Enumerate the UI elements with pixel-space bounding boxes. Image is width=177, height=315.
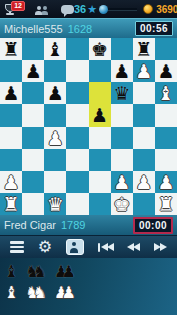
square-d1[interactable] bbox=[66, 193, 88, 215]
captured-white-bishop: ♝ bbox=[4, 283, 18, 302]
square-d8[interactable] bbox=[66, 38, 88, 60]
square-c2[interactable] bbox=[44, 171, 66, 193]
square-h3[interactable] bbox=[155, 149, 177, 171]
square-c8[interactable]: ♝ bbox=[44, 38, 66, 60]
square-e2[interactable] bbox=[89, 171, 111, 193]
piece-white-bishop-h6[interactable]: ♝ bbox=[157, 82, 174, 104]
captured-group-white-bishop: ♝ bbox=[4, 283, 18, 302]
notification-badge: 12 bbox=[11, 1, 25, 11]
piece-white-rook-h1[interactable]: ♜ bbox=[157, 193, 174, 215]
square-d7[interactable] bbox=[66, 60, 88, 82]
square-g7[interactable]: ♟ bbox=[133, 60, 155, 82]
rewind-icon bbox=[127, 243, 140, 251]
square-f3[interactable] bbox=[111, 149, 133, 171]
square-d3[interactable] bbox=[66, 149, 88, 171]
piece-white-pawn-a2[interactable]: ♟ bbox=[3, 171, 20, 193]
settings-button[interactable]: ⚙ bbox=[38, 236, 52, 258]
piece-white-pawn-c4[interactable]: ♟ bbox=[47, 127, 64, 149]
piece-black-king-e8[interactable]: ♚ bbox=[91, 38, 108, 60]
status-left-group: 12 bbox=[4, 3, 74, 16]
toolbar: ⚙ bbox=[0, 235, 177, 258]
piece-white-pawn-g7[interactable]: ♟ bbox=[135, 60, 152, 82]
square-g4[interactable] bbox=[133, 127, 155, 149]
coin-icon bbox=[143, 4, 153, 14]
square-b4[interactable] bbox=[22, 127, 44, 149]
forward-icon bbox=[154, 243, 167, 251]
square-f5[interactable] bbox=[111, 104, 133, 126]
opponent-clock: 00:56 bbox=[135, 21, 173, 36]
square-g6[interactable] bbox=[133, 82, 155, 104]
square-e4[interactable] bbox=[89, 127, 111, 149]
square-b8[interactable] bbox=[22, 38, 44, 60]
captured-group-black-bishop: ♝ bbox=[4, 262, 18, 281]
square-a3[interactable] bbox=[0, 149, 22, 171]
square-f2[interactable]: ♟ bbox=[111, 171, 133, 193]
piece-black-rook-a8[interactable]: ♜ bbox=[3, 38, 20, 60]
square-a5[interactable] bbox=[0, 104, 22, 126]
square-g5[interactable] bbox=[133, 104, 155, 126]
square-a2[interactable]: ♟ bbox=[0, 171, 22, 193]
square-e5[interactable]: ♟ bbox=[89, 104, 111, 126]
people-icon bbox=[41, 11, 48, 15]
square-a7[interactable] bbox=[0, 60, 22, 82]
forward-button[interactable] bbox=[154, 236, 167, 258]
level-label: 36 bbox=[74, 3, 86, 15]
chat-icon[interactable] bbox=[61, 5, 74, 14]
star-icon: ★ bbox=[87, 3, 97, 16]
piece-white-rook-a1[interactable]: ♜ bbox=[3, 193, 20, 215]
captured-group-white-knight: ♞♞ bbox=[25, 283, 47, 302]
square-c4[interactable]: ♟ bbox=[44, 127, 66, 149]
square-g1[interactable] bbox=[133, 193, 155, 215]
piece-black-pawn-c6[interactable]: ♟ bbox=[47, 82, 64, 104]
status-bar: 12 36 ★ 3690 bbox=[0, 0, 177, 18]
piece-white-queen-c1[interactable]: ♛ bbox=[47, 193, 64, 215]
square-a6[interactable]: ♟ bbox=[0, 82, 22, 104]
square-b1[interactable] bbox=[22, 193, 44, 215]
square-b7[interactable]: ♟ bbox=[22, 60, 44, 82]
captured-group-white-pawn: ♟♟ bbox=[54, 283, 76, 302]
square-f1[interactable]: ♚ bbox=[111, 193, 133, 215]
skip-to-start-button[interactable] bbox=[98, 236, 114, 258]
level-progress-group: 36 ★ bbox=[74, 3, 137, 16]
square-b5[interactable] bbox=[22, 104, 44, 126]
square-c7[interactable] bbox=[44, 60, 66, 82]
captured-white-knight: ♞ bbox=[33, 283, 47, 302]
captured-black-bishop: ♝ bbox=[4, 262, 18, 281]
level-progress-bar bbox=[99, 5, 137, 14]
square-c1[interactable]: ♛ bbox=[44, 193, 66, 215]
square-g8[interactable]: ♜ bbox=[133, 38, 155, 60]
piece-black-pawn-e5[interactable]: ♟ bbox=[91, 104, 108, 126]
captured-group-black-knight: ♞♞ bbox=[25, 262, 47, 281]
square-h7[interactable]: ♟ bbox=[155, 60, 177, 82]
captured-black-knight: ♞ bbox=[33, 262, 47, 281]
square-h2[interactable]: ♟ bbox=[155, 171, 177, 193]
opponent-name: Michelle555 bbox=[4, 23, 63, 35]
hamburger-icon bbox=[10, 241, 24, 253]
square-d2[interactable] bbox=[66, 171, 88, 193]
square-d4[interactable] bbox=[66, 127, 88, 149]
square-h6[interactable]: ♝ bbox=[155, 82, 177, 104]
square-f6[interactable]: ♛ bbox=[111, 82, 133, 104]
piece-black-rook-g8[interactable]: ♜ bbox=[135, 38, 152, 60]
square-a8[interactable]: ♜ bbox=[0, 38, 22, 60]
square-g2[interactable]: ♟ bbox=[133, 171, 155, 193]
captured-white-tray: ♝♞♞♟♟ bbox=[4, 282, 177, 302]
piece-black-queen-f6[interactable]: ♛ bbox=[113, 82, 130, 104]
chess-app: 12 36 ★ 3690 Michelle555 1628 00:56 ♜♝♚♜… bbox=[0, 0, 177, 315]
player-name: Fred Cigar bbox=[4, 219, 56, 231]
square-c3[interactable] bbox=[44, 149, 66, 171]
player-bar: Fred Cigar 1789 00:00 bbox=[0, 215, 177, 235]
piece-black-pawn-a6[interactable]: ♟ bbox=[3, 82, 20, 104]
player-rating: 1789 bbox=[61, 219, 85, 231]
board: ♜♝♚♜♟♟♟♟♟♟♛♝♟♟♟♟♟♟♜♛♚♜ bbox=[0, 38, 177, 215]
square-g3[interactable] bbox=[133, 149, 155, 171]
menu-button[interactable] bbox=[10, 236, 24, 258]
square-f8[interactable] bbox=[111, 38, 133, 60]
progress-ball-icon bbox=[99, 5, 108, 14]
square-a1[interactable]: ♜ bbox=[0, 193, 22, 215]
contacts-icon bbox=[66, 239, 84, 255]
square-e8[interactable]: ♚ bbox=[89, 38, 111, 60]
square-f7[interactable]: ♟ bbox=[111, 60, 133, 82]
square-e7[interactable] bbox=[89, 60, 111, 82]
square-a4[interactable] bbox=[0, 127, 22, 149]
square-h8[interactable] bbox=[155, 38, 177, 60]
coins-count: 3690 bbox=[156, 4, 177, 15]
trophy-button[interactable]: 12 bbox=[4, 3, 18, 16]
square-h1[interactable]: ♜ bbox=[155, 193, 177, 215]
piece-white-pawn-g2[interactable]: ♟ bbox=[135, 171, 152, 193]
piece-black-bishop-c8[interactable]: ♝ bbox=[47, 38, 64, 60]
square-d5[interactable] bbox=[66, 104, 88, 126]
square-b6[interactable] bbox=[22, 82, 44, 104]
square-c5[interactable] bbox=[44, 104, 66, 126]
square-e3[interactable] bbox=[89, 149, 111, 171]
gear-icon: ⚙ bbox=[38, 239, 52, 255]
captured-black-pawn: ♟ bbox=[61, 262, 75, 281]
captured-white-pawn: ♟ bbox=[61, 283, 75, 302]
contacts-button[interactable] bbox=[66, 236, 84, 258]
coins-button[interactable]: 3690 bbox=[143, 4, 177, 15]
square-b2[interactable] bbox=[22, 171, 44, 193]
square-e1[interactable] bbox=[89, 193, 111, 215]
piece-white-pawn-f2[interactable]: ♟ bbox=[113, 171, 130, 193]
rewind-button[interactable] bbox=[127, 236, 140, 258]
piece-black-pawn-h7[interactable]: ♟ bbox=[157, 60, 174, 82]
piece-white-king-f1[interactable]: ♚ bbox=[113, 193, 130, 215]
opponent-bar: Michelle555 1628 00:56 bbox=[0, 18, 177, 38]
opponent-rating: 1628 bbox=[68, 23, 92, 35]
progress-track bbox=[107, 8, 137, 11]
square-h5[interactable] bbox=[155, 104, 177, 126]
square-f4[interactable] bbox=[111, 127, 133, 149]
captured-group-black-pawn: ♟♟ bbox=[54, 262, 76, 281]
skip-back-icon bbox=[98, 243, 114, 252]
square-c6[interactable]: ♟ bbox=[44, 82, 66, 104]
square-e6[interactable] bbox=[89, 82, 111, 104]
piece-white-pawn-h2[interactable]: ♟ bbox=[157, 171, 174, 193]
square-b3[interactable] bbox=[22, 149, 44, 171]
captured-area: ♝♞♞♟♟ ♝♞♞♟♟ bbox=[0, 258, 177, 315]
piece-black-pawn-f7[interactable]: ♟ bbox=[113, 60, 130, 82]
player-clock: 00:00 bbox=[133, 217, 173, 234]
square-h4[interactable] bbox=[155, 127, 177, 149]
piece-black-pawn-b7[interactable]: ♟ bbox=[25, 60, 42, 82]
players-button[interactable] bbox=[35, 4, 50, 15]
captured-black-tray: ♝♞♞♟♟ bbox=[4, 261, 177, 281]
square-d6[interactable] bbox=[66, 82, 88, 104]
